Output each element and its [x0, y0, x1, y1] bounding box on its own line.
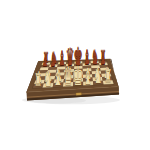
square-c2	[54, 79, 64, 83]
square-h6	[100, 65, 109, 68]
square-f5	[83, 68, 92, 71]
square-h4	[101, 70, 111, 73]
square-f7	[83, 63, 92, 66]
square-a4	[37, 73, 47, 77]
square-a7	[41, 65, 50, 68]
square-d5	[65, 69, 74, 72]
square-a6	[39, 67, 49, 70]
square-c7	[57, 64, 66, 67]
square-c4	[55, 72, 65, 76]
square-e7	[74, 64, 82, 67]
square-g6	[91, 65, 100, 68]
square-d3	[64, 75, 74, 79]
chess-board	[0, 0, 150, 150]
square-g7	[91, 63, 100, 66]
square-c5	[56, 69, 65, 72]
square-b3	[45, 76, 55, 80]
square-b4	[46, 73, 56, 77]
square-e3	[74, 75, 84, 79]
square-g2	[93, 77, 103, 81]
square-d7	[66, 64, 75, 67]
square-g4	[92, 71, 102, 74]
square-b5	[47, 70, 57, 73]
square-c3	[55, 76, 65, 80]
square-b6	[48, 67, 57, 70]
clasp-icon	[76, 93, 81, 96]
square-b7	[49, 64, 58, 67]
square-h7	[99, 63, 108, 66]
square-f6	[83, 66, 92, 69]
square-d6	[65, 66, 74, 69]
square-h2	[102, 77, 113, 81]
square-b2	[44, 79, 55, 83]
square-h3	[101, 73, 111, 77]
square-f4	[83, 71, 92, 75]
square-f3	[83, 74, 93, 78]
square-d2	[64, 79, 74, 83]
square-h5	[100, 68, 110, 71]
square-e2	[73, 78, 83, 82]
square-g3	[92, 74, 102, 78]
square-e5	[74, 69, 83, 72]
square-f2	[83, 78, 93, 82]
square-d4	[65, 72, 74, 76]
square-a5	[38, 70, 48, 73]
chess-set-product-photo: ♜♞♝♛♚♝♞♜♟♟♟♟♟♟♟♟♟♟♟♟♟♟♟♟♜♞♝♛♚♝♞♜	[0, 0, 150, 150]
square-c6	[57, 67, 66, 70]
square-g5	[91, 68, 100, 71]
square-e6	[74, 66, 83, 69]
square-e4	[74, 72, 83, 76]
